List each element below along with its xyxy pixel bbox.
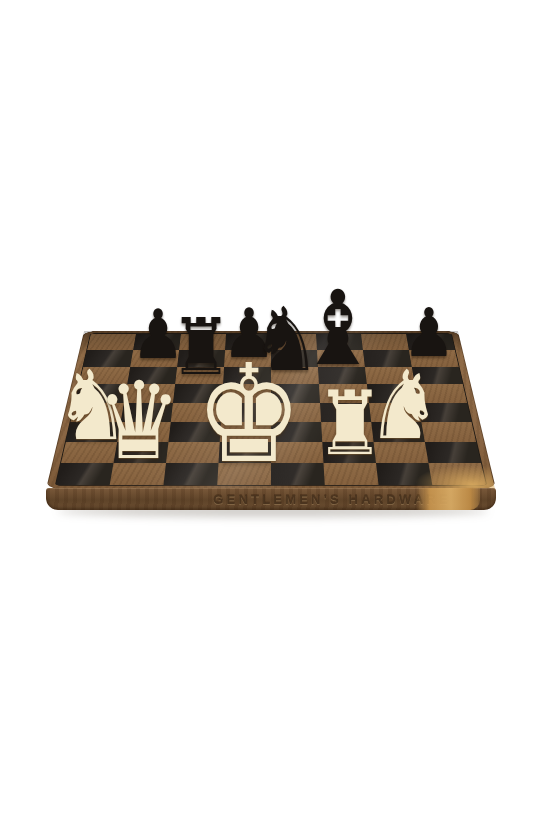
square-f6 [318, 367, 367, 385]
square-g3 [371, 422, 425, 442]
board-front-edge: GENTLEMEN'S HARDWARE [46, 488, 496, 510]
square-c7 [177, 350, 225, 367]
square-g8 [361, 334, 409, 350]
square-g4 [369, 403, 421, 422]
product-photo: GENTLEMEN'S HARDWARE ♟♜♟♞♝♟♞♛♚♜♞ [0, 0, 540, 813]
square-h2 [425, 442, 481, 463]
square-h8 [406, 334, 455, 350]
square-b6 [127, 367, 177, 385]
square-f3 [321, 422, 373, 442]
square-d7 [224, 350, 271, 367]
square-d1 [217, 463, 271, 485]
square-h6 [412, 367, 463, 385]
square-d6 [223, 367, 271, 385]
square-a2 [61, 442, 117, 463]
square-a6 [79, 367, 130, 385]
square-e6 [271, 367, 319, 385]
square-g7 [363, 350, 412, 367]
square-g1 [376, 463, 432, 485]
square-c2 [166, 442, 220, 463]
square-d2 [218, 442, 271, 463]
square-c4 [171, 403, 222, 422]
square-h5 [415, 384, 467, 402]
square-d3 [220, 422, 271, 442]
square-c5 [173, 384, 223, 402]
square-b7 [130, 350, 179, 367]
square-a5 [75, 384, 127, 402]
square-f1 [324, 463, 379, 485]
square-a1 [56, 463, 114, 485]
square-c3 [168, 422, 220, 442]
square-c1 [163, 463, 218, 485]
square-b2 [113, 442, 168, 463]
square-f4 [320, 403, 371, 422]
square-f7 [317, 350, 365, 367]
square-b5 [124, 384, 175, 402]
square-e4 [271, 403, 321, 422]
square-c8 [179, 334, 226, 350]
square-f5 [319, 384, 369, 402]
square-b4 [121, 403, 173, 422]
square-b1 [110, 463, 166, 485]
square-e3 [271, 422, 322, 442]
chess-board [46, 331, 496, 489]
square-d8 [225, 334, 271, 350]
square-g5 [367, 384, 418, 402]
square-e2 [271, 442, 324, 463]
square-e1 [271, 463, 325, 485]
square-g2 [374, 442, 429, 463]
square-e7 [271, 350, 318, 367]
square-h3 [421, 422, 476, 442]
square-e5 [271, 384, 320, 402]
square-h7 [409, 350, 459, 367]
square-h1 [429, 463, 487, 485]
square-a3 [66, 422, 121, 442]
square-h4 [418, 403, 471, 422]
square-a7 [83, 350, 133, 367]
square-f2 [322, 442, 376, 463]
sapwood-patch-front-edge [416, 488, 480, 510]
square-d4 [221, 403, 271, 422]
square-g6 [365, 367, 415, 385]
square-c6 [175, 367, 224, 385]
chess-set-scene: GENTLEMEN'S HARDWARE ♟♜♟♞♝♟♞♛♚♜♞ [0, 0, 540, 813]
square-a4 [71, 403, 124, 422]
square-b8 [133, 334, 181, 350]
square-d5 [222, 384, 271, 402]
square-e8 [271, 334, 317, 350]
square-a8 [87, 334, 136, 350]
board-grid [56, 334, 486, 486]
square-f8 [316, 334, 363, 350]
square-b3 [117, 422, 171, 442]
